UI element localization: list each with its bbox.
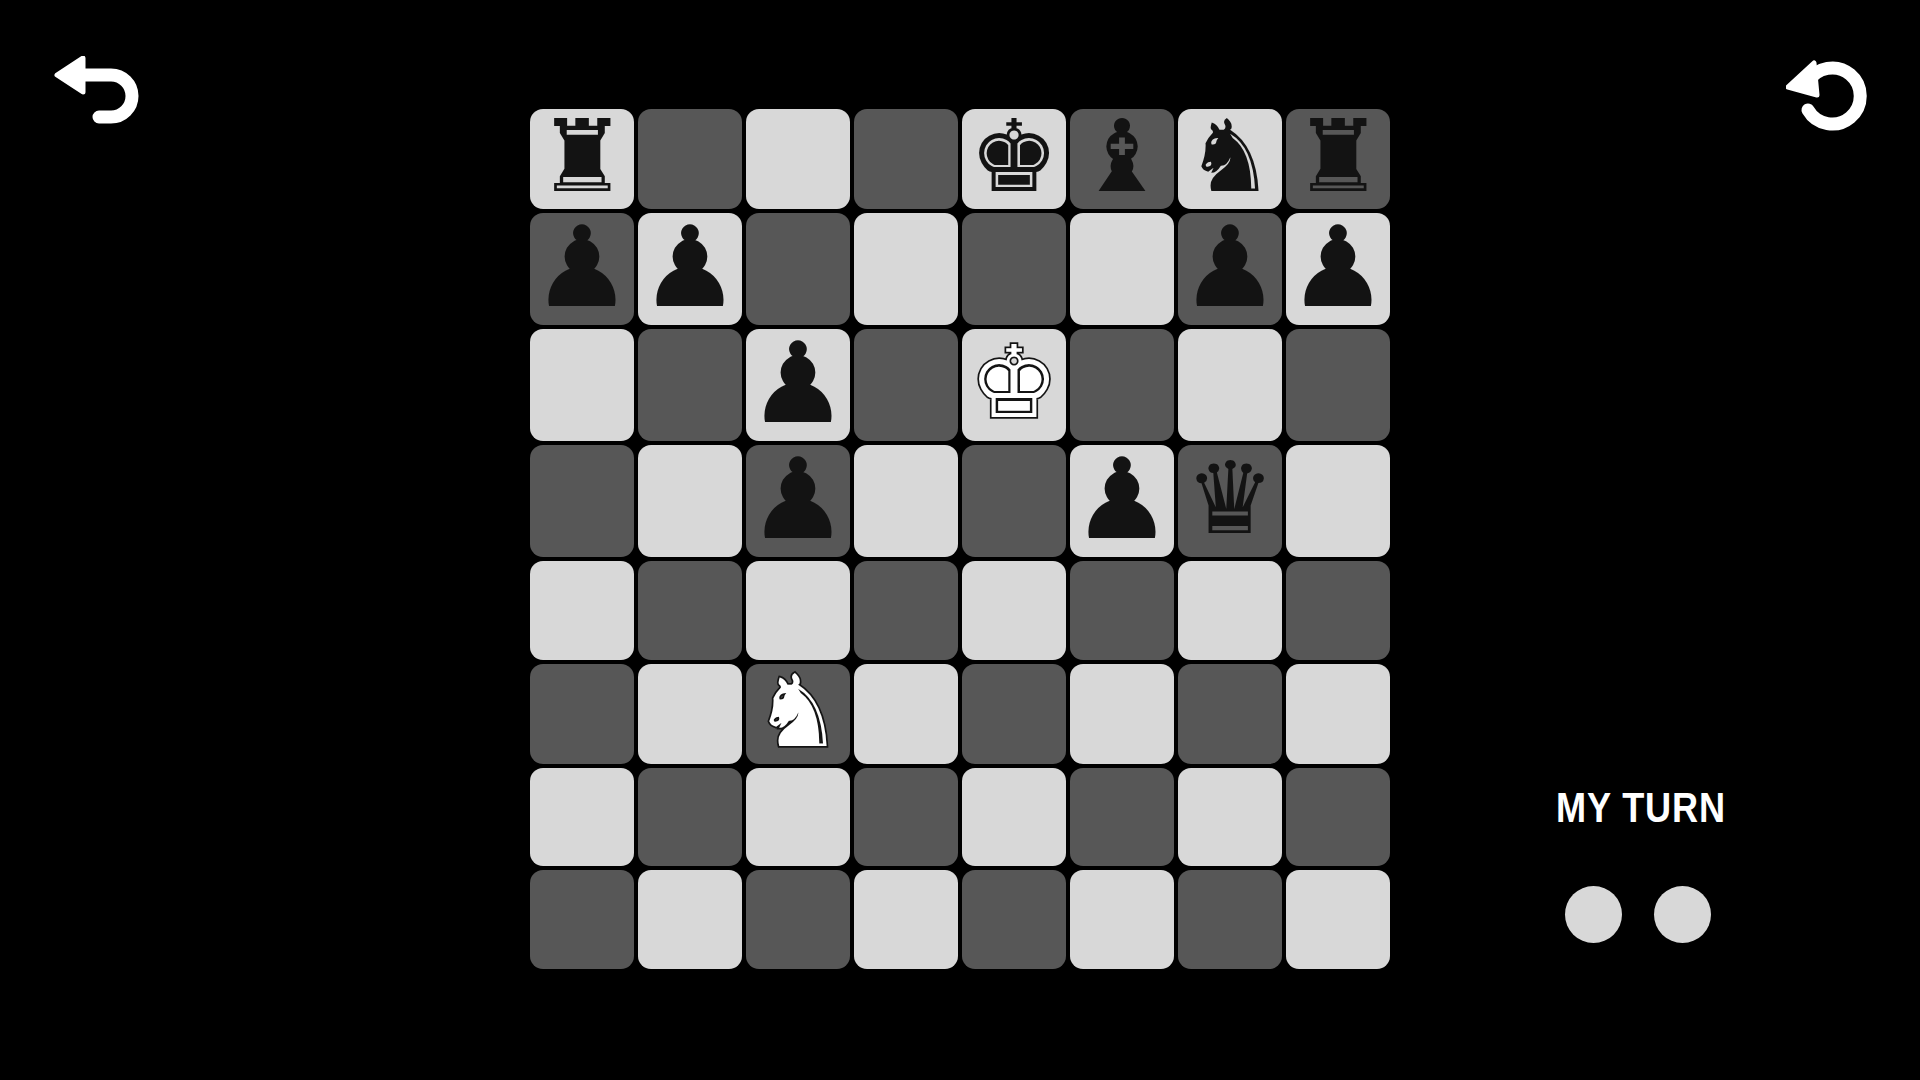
square-c1[interactable] [746,870,850,969]
restart-button[interactable] [1786,50,1874,138]
square-g2[interactable] [1178,768,1282,867]
square-b5[interactable] [638,445,742,557]
square-d7[interactable] [854,213,958,325]
square-c3[interactable]: ♞ [746,664,850,764]
square-b2[interactable] [638,768,742,867]
square-h8[interactable]: ♜ [1286,109,1390,209]
square-h2[interactable] [1286,768,1390,867]
square-e7[interactable] [962,213,1066,325]
white-knight-c3[interactable]: ♞ [753,662,843,762]
restart-icon [1786,50,1874,138]
black-knight-g8[interactable]: ♞ [1185,107,1275,207]
square-e3[interactable] [962,664,1066,764]
square-c6[interactable]: ♟ [746,329,850,441]
black-pawn-c6[interactable]: ♟ [748,327,848,439]
square-g3[interactable] [1178,664,1282,764]
square-f5[interactable]: ♟ [1070,445,1174,557]
square-a4[interactable] [530,561,634,660]
square-h7[interactable]: ♟ [1286,213,1390,325]
square-f4[interactable] [1070,561,1174,660]
square-g4[interactable] [1178,561,1282,660]
square-b6[interactable] [638,329,742,441]
square-f6[interactable] [1070,329,1174,441]
black-rook-h8[interactable]: ♜ [1293,107,1383,207]
square-d1[interactable] [854,870,958,969]
square-h4[interactable] [1286,561,1390,660]
black-pawn-c5[interactable]: ♟ [748,443,848,555]
square-a6[interactable] [530,329,634,441]
square-a8[interactable]: ♜ [530,109,634,209]
square-b8[interactable] [638,109,742,209]
turn-indicator-dots [1565,886,1711,943]
square-g6[interactable] [1178,329,1282,441]
black-pawn-h7[interactable]: ♟ [1288,211,1388,323]
square-e2[interactable] [962,768,1066,867]
square-f3[interactable] [1070,664,1174,764]
square-c4[interactable] [746,561,850,660]
square-a1[interactable] [530,870,634,969]
square-h3[interactable] [1286,664,1390,764]
square-f2[interactable] [1070,768,1174,867]
square-e6[interactable]: ♚ [962,329,1066,441]
black-pawn-g7[interactable]: ♟ [1180,211,1280,323]
square-g7[interactable]: ♟ [1178,213,1282,325]
square-b4[interactable] [638,561,742,660]
black-pawn-a7[interactable]: ♟ [532,211,632,323]
square-c5[interactable]: ♟ [746,445,850,557]
square-d8[interactable] [854,109,958,209]
square-a3[interactable] [530,664,634,764]
square-d2[interactable] [854,768,958,867]
black-pawn-b7[interactable]: ♟ [640,211,740,323]
square-f7[interactable] [1070,213,1174,325]
square-h6[interactable] [1286,329,1390,441]
square-b1[interactable] [638,870,742,969]
black-rook-a8[interactable]: ♜ [537,107,627,207]
square-a2[interactable] [530,768,634,867]
black-bishop-f8[interactable]: ♝ [1077,107,1167,207]
square-d4[interactable] [854,561,958,660]
back-arrow-icon [54,56,142,126]
square-c8[interactable] [746,109,850,209]
back-button[interactable] [54,56,142,126]
square-a7[interactable]: ♟ [530,213,634,325]
turn-dot-1 [1565,886,1622,943]
square-e4[interactable] [962,561,1066,660]
square-b3[interactable] [638,664,742,764]
square-c2[interactable] [746,768,850,867]
square-f1[interactable] [1070,870,1174,969]
black-king-e8[interactable]: ♚ [969,107,1059,207]
square-h1[interactable] [1286,870,1390,969]
square-g1[interactable] [1178,870,1282,969]
black-queen-g5[interactable]: ♛ [1185,449,1275,549]
square-f8[interactable]: ♝ [1070,109,1174,209]
square-h5[interactable] [1286,445,1390,557]
turn-dot-2 [1654,886,1711,943]
square-a5[interactable] [530,445,634,557]
square-g5[interactable]: ♛ [1178,445,1282,557]
square-d3[interactable] [854,664,958,764]
square-g8[interactable]: ♞ [1178,109,1282,209]
square-d6[interactable] [854,329,958,441]
square-b7[interactable]: ♟ [638,213,742,325]
square-e8[interactable]: ♚ [962,109,1066,209]
square-d5[interactable] [854,445,958,557]
game-screen: ♜♚♝♞♜♟♟♟♟♟♚♟♟♛♞ MY TURN [0,0,1920,1080]
turn-status-label: MY TURN [1556,784,1726,832]
white-king-e6[interactable]: ♚ [969,333,1059,433]
black-pawn-f5[interactable]: ♟ [1072,443,1172,555]
square-e1[interactable] [962,870,1066,969]
square-e5[interactable] [962,445,1066,557]
chess-board: ♜♚♝♞♜♟♟♟♟♟♚♟♟♛♞ [528,107,1392,971]
square-c7[interactable] [746,213,850,325]
